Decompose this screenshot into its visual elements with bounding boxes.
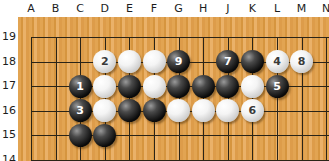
move-number-label: 8 bbox=[298, 55, 306, 68]
go-stone-black-E16[interactable] bbox=[118, 99, 141, 122]
go-stone-white-D18[interactable]: 2 bbox=[93, 50, 116, 73]
go-board[interactable]: 297481536 bbox=[18, 17, 329, 161]
go-stone-black-C15[interactable] bbox=[69, 124, 92, 147]
move-number-label: 2 bbox=[101, 55, 109, 68]
go-stone-white-D16[interactable] bbox=[93, 99, 116, 122]
row-label-15: 15 bbox=[0, 128, 16, 142]
grid-line-col-B bbox=[56, 37, 57, 161]
go-stone-white-F17[interactable] bbox=[143, 75, 166, 98]
column-label-K: K bbox=[242, 1, 262, 16]
row-label-17: 17 bbox=[0, 79, 16, 93]
column-label-G: G bbox=[169, 1, 189, 16]
column-label-L: L bbox=[267, 1, 287, 16]
go-stone-black-E17[interactable] bbox=[118, 75, 141, 98]
move-number-label: 9 bbox=[175, 55, 183, 68]
move-number-label: 6 bbox=[249, 104, 257, 117]
go-stone-white-M18[interactable]: 8 bbox=[290, 50, 313, 73]
go-stone-white-H16[interactable] bbox=[192, 99, 215, 122]
row-label-16: 16 bbox=[0, 104, 16, 118]
go-stone-white-K16[interactable]: 6 bbox=[241, 99, 264, 122]
column-label-M: M bbox=[292, 1, 312, 16]
go-stone-black-F16[interactable] bbox=[143, 99, 166, 122]
go-board-screenshot: ABCDEFGHJKLMN 191817161514 297481536 bbox=[0, 0, 329, 161]
move-number-label: 5 bbox=[273, 80, 281, 93]
grid-line-col-A bbox=[31, 37, 32, 161]
go-stone-white-D17[interactable] bbox=[93, 75, 116, 98]
go-stone-black-D15[interactable] bbox=[93, 124, 116, 147]
go-stone-black-J18[interactable]: 7 bbox=[216, 50, 239, 73]
move-number-label: 1 bbox=[76, 80, 84, 93]
go-stone-white-K17[interactable] bbox=[241, 75, 264, 98]
move-number-label: 4 bbox=[273, 55, 281, 68]
column-label-A: A bbox=[21, 1, 41, 16]
column-label-D: D bbox=[95, 1, 115, 16]
column-label-C: C bbox=[70, 1, 90, 16]
go-stone-white-G16[interactable] bbox=[167, 99, 190, 122]
column-label-H: H bbox=[193, 1, 213, 16]
row-label-18: 18 bbox=[0, 55, 16, 69]
move-number-label: 3 bbox=[76, 104, 84, 117]
column-label-J: J bbox=[218, 1, 238, 16]
go-stone-black-C16[interactable]: 3 bbox=[69, 99, 92, 122]
column-label-F: F bbox=[144, 1, 164, 16]
go-stone-black-J17[interactable] bbox=[216, 75, 239, 98]
column-label-N: N bbox=[316, 1, 329, 16]
go-stone-black-L17[interactable]: 5 bbox=[266, 75, 289, 98]
go-stone-white-J16[interactable] bbox=[216, 99, 239, 122]
move-number-label: 7 bbox=[224, 55, 232, 68]
go-stone-white-L18[interactable]: 4 bbox=[266, 50, 289, 73]
go-stone-white-F18[interactable] bbox=[143, 50, 166, 73]
grid-line-row-19 bbox=[31, 37, 329, 38]
row-label-14: 14 bbox=[0, 153, 16, 161]
column-label-B: B bbox=[46, 1, 66, 16]
grid-line-col-N bbox=[326, 37, 327, 161]
grid-line-row-14 bbox=[31, 160, 329, 161]
go-stone-black-G18[interactable]: 9 bbox=[167, 50, 190, 73]
column-label-E: E bbox=[119, 1, 139, 16]
go-stone-black-C17[interactable]: 1 bbox=[69, 75, 92, 98]
go-stone-black-K18[interactable] bbox=[241, 50, 264, 73]
go-stone-white-E18[interactable] bbox=[118, 50, 141, 73]
go-stone-black-G17[interactable] bbox=[167, 75, 190, 98]
row-label-19: 19 bbox=[0, 30, 16, 44]
go-stone-black-H17[interactable] bbox=[192, 75, 215, 98]
